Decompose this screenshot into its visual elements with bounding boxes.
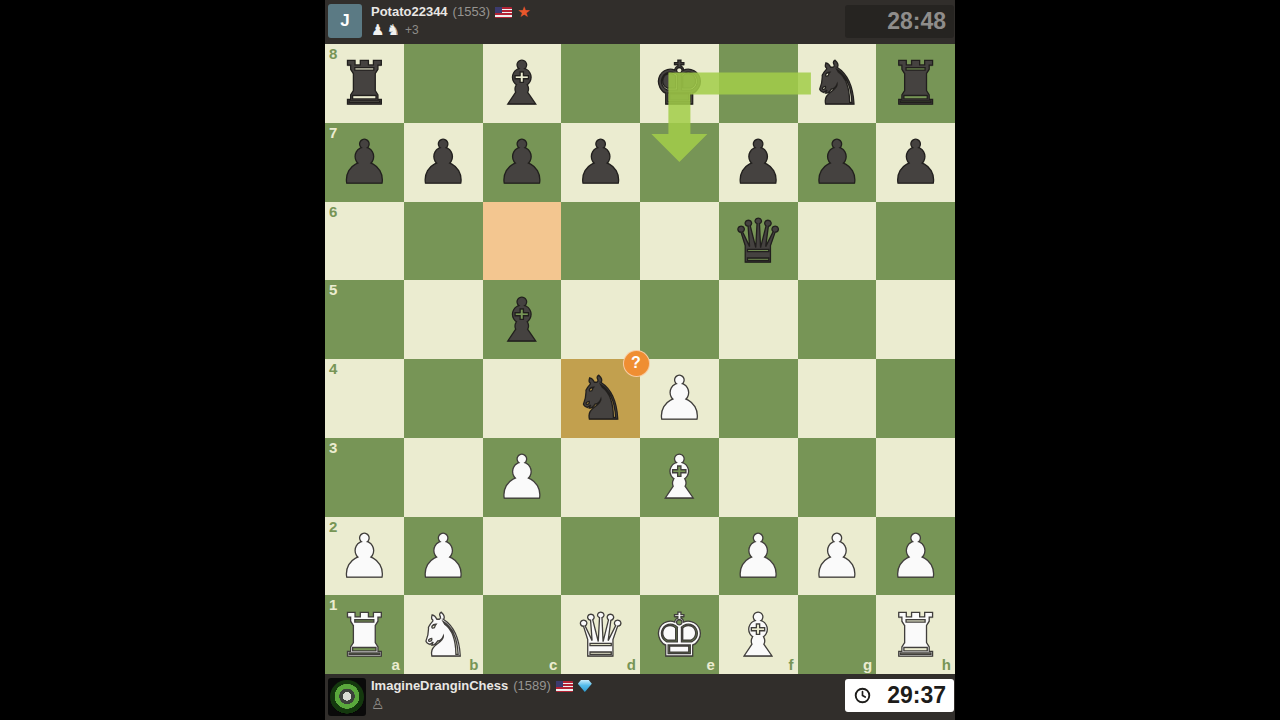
white-rook[interactable]: ♜ (325, 595, 404, 674)
game-panel: J Potato22344 (1553) ★ ♟♞+3 28:48 8♜♝♚♞♜… (325, 0, 955, 720)
white-bishop[interactable]: ♝ (640, 438, 719, 517)
square-c6[interactable] (483, 202, 562, 281)
square-g1[interactable]: g (798, 595, 877, 674)
square-a5[interactable]: 5 (325, 280, 404, 359)
square-b1[interactable]: b♞ (404, 595, 483, 674)
square-a4[interactable]: 4 (325, 359, 404, 438)
star-icon: ★ (517, 6, 530, 18)
top-player-clock: 28:48 (845, 5, 954, 38)
square-g8[interactable]: ♞ (798, 44, 877, 123)
black-pawn[interactable]: ♟ (719, 123, 798, 202)
square-b2[interactable]: ♟ (404, 517, 483, 596)
square-d3[interactable] (561, 438, 640, 517)
file-label: c (549, 657, 557, 672)
square-c5[interactable]: ♝ (483, 280, 562, 359)
square-a6[interactable]: 6 (325, 202, 404, 281)
avatar-letter: J (340, 11, 349, 31)
square-d5[interactable] (561, 280, 640, 359)
square-f7[interactable]: ♟ (719, 123, 798, 202)
square-b4[interactable] (404, 359, 483, 438)
top-captured-pieces: ♟♞+3 (371, 21, 531, 38)
captured-white-knight-icon: ♞ (386, 22, 399, 38)
square-b3[interactable] (404, 438, 483, 517)
square-c4[interactable] (483, 359, 562, 438)
square-d2[interactable] (561, 517, 640, 596)
square-d8[interactable] (561, 44, 640, 123)
square-b5[interactable] (404, 280, 483, 359)
square-g7[interactable]: ♟ (798, 123, 877, 202)
square-e7[interactable] (640, 123, 719, 202)
us-flag-icon (556, 681, 573, 692)
bottom-player-rating: (1589) (513, 679, 551, 693)
square-b7[interactable]: ♟ (404, 123, 483, 202)
file-label: g (863, 657, 872, 672)
square-a8[interactable]: 8♜ (325, 44, 404, 123)
square-a3[interactable]: 3 (325, 438, 404, 517)
black-knight[interactable]: ♞ (798, 44, 877, 123)
square-g3[interactable] (798, 438, 877, 517)
mistake-badge: ? (623, 350, 650, 377)
square-h1[interactable]: h♜ (876, 595, 955, 674)
square-e3[interactable]: ♝ (640, 438, 719, 517)
square-f5[interactable] (719, 280, 798, 359)
white-king[interactable]: ♚ (640, 595, 719, 674)
white-pawn[interactable]: ♟ (719, 517, 798, 596)
top-player-name[interactable]: Potato22344 (371, 5, 448, 19)
clock-icon (854, 687, 871, 704)
rank-label: 5 (329, 282, 337, 297)
square-f8[interactable] (719, 44, 798, 123)
square-e2[interactable] (640, 517, 719, 596)
square-h8[interactable]: ♜ (876, 44, 955, 123)
square-c7[interactable]: ♟ (483, 123, 562, 202)
square-c1[interactable]: c (483, 595, 562, 674)
top-player-rating: (1553) (453, 5, 491, 19)
bottom-player-bar: ImagineDranginChess (1589) ♙ 29:37 (325, 674, 955, 720)
bottom-player-clock: 29:37 (845, 679, 954, 712)
white-pawn[interactable]: ♟ (798, 517, 877, 596)
captured-black-pawn-icon: ♙ (371, 696, 384, 712)
square-a2[interactable]: 2♟ (325, 517, 404, 596)
white-pawn[interactable]: ♟ (483, 438, 562, 517)
square-f2[interactable]: ♟ (719, 517, 798, 596)
black-pawn[interactable]: ♟ (483, 123, 562, 202)
bottom-player-name[interactable]: ImagineDranginChess (371, 679, 508, 693)
black-pawn[interactable]: ♟ (798, 123, 877, 202)
square-c3[interactable]: ♟ (483, 438, 562, 517)
square-d7[interactable]: ♟ (561, 123, 640, 202)
square-h6[interactable] (876, 202, 955, 281)
top-clock-time: 28:48 (887, 8, 946, 35)
square-f1[interactable]: f♝ (719, 595, 798, 674)
rank-label: 3 (329, 440, 337, 455)
black-rook[interactable]: ♜ (876, 44, 955, 123)
square-g5[interactable] (798, 280, 877, 359)
square-b6[interactable] (404, 202, 483, 281)
square-h4[interactable] (876, 359, 955, 438)
chess-board: 8♜♝♚♞♜7♟♟♟♟♟♟♟6♛5♝4♞♟3♟♝2♟♟♟♟♟1a♜b♞cd♛e♚… (325, 44, 955, 674)
square-c2[interactable] (483, 517, 562, 596)
square-d1[interactable]: d♛ (561, 595, 640, 674)
black-pawn[interactable]: ♟ (325, 123, 404, 202)
white-knight[interactable]: ♞ (404, 595, 483, 674)
square-e1[interactable]: e♚ (640, 595, 719, 674)
white-bishop[interactable]: ♝ (719, 595, 798, 674)
white-rook[interactable]: ♜ (876, 595, 955, 674)
us-flag-icon (495, 7, 512, 18)
white-pawn[interactable]: ♟ (640, 359, 719, 438)
square-e5[interactable] (640, 280, 719, 359)
square-h2[interactable]: ♟ (876, 517, 955, 596)
black-bishop[interactable]: ♝ (483, 44, 562, 123)
square-e4[interactable]: ♟ (640, 359, 719, 438)
captured-white-pawn-icon: ♟ (371, 22, 384, 38)
square-g6[interactable] (798, 202, 877, 281)
white-pawn[interactable]: ♟ (325, 517, 404, 596)
top-player-bar: J Potato22344 (1553) ★ ♟♞+3 28:48 (325, 0, 955, 44)
black-pawn[interactable]: ♟ (876, 123, 955, 202)
black-pawn[interactable]: ♟ (404, 123, 483, 202)
white-pawn[interactable]: ♟ (404, 517, 483, 596)
bottom-clock-time: 29:37 (887, 682, 946, 709)
square-g2[interactable]: ♟ (798, 517, 877, 596)
top-player-avatar[interactable]: J (328, 4, 362, 38)
material-advantage: +3 (405, 23, 419, 37)
avatar-logo (330, 680, 364, 714)
black-bishop[interactable]: ♝ (483, 280, 562, 359)
square-b8[interactable] (404, 44, 483, 123)
square-h7[interactable]: ♟ (876, 123, 955, 202)
square-f4[interactable] (719, 359, 798, 438)
square-g4[interactable] (798, 359, 877, 438)
square-h3[interactable] (876, 438, 955, 517)
black-rook[interactable]: ♜ (325, 44, 404, 123)
square-a1[interactable]: 1a♜ (325, 595, 404, 674)
square-e6[interactable] (640, 202, 719, 281)
square-a7[interactable]: 7♟ (325, 123, 404, 202)
rank-label: 6 (329, 204, 337, 219)
black-pawn[interactable]: ♟ (561, 123, 640, 202)
square-e8[interactable]: ♚ (640, 44, 719, 123)
square-h5[interactable] (876, 280, 955, 359)
black-king[interactable]: ♚ (640, 44, 719, 123)
white-queen[interactable]: ♛ (561, 595, 640, 674)
white-pawn[interactable]: ♟ (876, 517, 955, 596)
square-c8[interactable]: ♝ (483, 44, 562, 123)
bottom-captured-pieces: ♙ (371, 695, 592, 712)
rank-label: 4 (329, 361, 337, 376)
square-f6[interactable]: ♛ (719, 202, 798, 281)
diamond-icon (578, 680, 592, 692)
square-f3[interactable] (719, 438, 798, 517)
bottom-player-avatar[interactable] (328, 678, 366, 716)
black-queen[interactable]: ♛ (719, 202, 798, 281)
square-d6[interactable] (561, 202, 640, 281)
